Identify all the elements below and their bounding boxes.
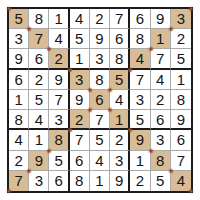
cell-r7c1[interactable]: 4	[9, 130, 29, 150]
cell-r8c4[interactable]: 6	[70, 151, 90, 171]
cell-r4c3[interactable]: 9	[49, 70, 69, 90]
sudoku-board: 5814276933745968129621384756293857411579…	[7, 7, 193, 193]
cell-r8c9[interactable]: 7	[171, 151, 191, 171]
cell-r1c8[interactable]: 9	[151, 9, 171, 29]
cell-r7c3[interactable]: 8	[49, 130, 69, 150]
cell-r5c6[interactable]: 4	[110, 90, 130, 110]
cell-r3c4[interactable]: 1	[70, 49, 90, 69]
cell-r8c6[interactable]: 3	[110, 151, 130, 171]
cell-r8c1[interactable]: 2	[9, 151, 29, 171]
cell-r4c1[interactable]: 6	[9, 70, 29, 90]
cell-r6c7[interactable]: 5	[130, 110, 150, 130]
cell-r3c9[interactable]: 5	[171, 49, 191, 69]
cell-r8c5[interactable]: 4	[90, 151, 110, 171]
cell-r5c1[interactable]: 1	[9, 90, 29, 110]
sudoku-page: 5814276933745968129621384756293857411579…	[0, 0, 200, 200]
cell-r2c9[interactable]: 2	[171, 29, 191, 49]
cell-r4c7[interactable]: 7	[130, 70, 150, 90]
cell-r9c7[interactable]: 2	[130, 171, 150, 191]
cell-r1c3[interactable]: 1	[49, 9, 69, 29]
cell-r1c6[interactable]: 7	[110, 9, 130, 29]
cell-r8c8[interactable]: 8	[151, 151, 171, 171]
cell-r4c9[interactable]: 1	[171, 70, 191, 90]
cell-r2c4[interactable]: 5	[70, 29, 90, 49]
cell-r1c2[interactable]: 8	[29, 9, 49, 29]
cell-r6c8[interactable]: 6	[151, 110, 171, 130]
cell-r4c5[interactable]: 8	[90, 70, 110, 90]
cell-r3c7[interactable]: 4	[130, 49, 150, 69]
cell-r9c4[interactable]: 8	[70, 171, 90, 191]
cell-r6c1[interactable]: 8	[9, 110, 29, 130]
cell-r4c8[interactable]: 4	[151, 70, 171, 90]
cell-r2c6[interactable]: 6	[110, 29, 130, 49]
cell-r7c9[interactable]: 6	[171, 130, 191, 150]
cell-r9c2[interactable]: 3	[29, 171, 49, 191]
cell-r4c2[interactable]: 2	[29, 70, 49, 90]
cell-r3c3[interactable]: 2	[49, 49, 69, 69]
cell-r7c2[interactable]: 1	[29, 130, 49, 150]
cell-r8c7[interactable]: 1	[130, 151, 150, 171]
cell-r9c9[interactable]: 4	[171, 171, 191, 191]
cell-r5c4[interactable]: 9	[70, 90, 90, 110]
cell-r8c3[interactable]: 5	[49, 151, 69, 171]
cell-r6c5[interactable]: 7	[90, 110, 110, 130]
cell-r5c9[interactable]: 8	[171, 90, 191, 110]
cell-r9c5[interactable]: 1	[90, 171, 110, 191]
cell-r7c4[interactable]: 7	[70, 130, 90, 150]
cell-r8c2[interactable]: 9	[29, 151, 49, 171]
cell-r4c6[interactable]: 5	[110, 70, 130, 90]
cell-r1c7[interactable]: 6	[130, 9, 150, 29]
cell-r6c6[interactable]: 1	[110, 110, 130, 130]
cell-r3c2[interactable]: 6	[29, 49, 49, 69]
cell-r5c5[interactable]: 6	[90, 90, 110, 110]
cell-r3c5[interactable]: 3	[90, 49, 110, 69]
cell-r6c2[interactable]: 4	[29, 110, 49, 130]
cell-r2c3[interactable]: 4	[49, 29, 69, 49]
cell-r2c8[interactable]: 1	[151, 29, 171, 49]
cell-r1c1[interactable]: 5	[9, 9, 29, 29]
cell-r2c2[interactable]: 7	[29, 29, 49, 49]
cell-r4c4[interactable]: 3	[70, 70, 90, 90]
cell-r7c7[interactable]: 9	[130, 130, 150, 150]
cell-r2c1[interactable]: 3	[9, 29, 29, 49]
cell-r2c5[interactable]: 9	[90, 29, 110, 49]
cell-r9c6[interactable]: 9	[110, 171, 130, 191]
cell-r3c1[interactable]: 9	[9, 49, 29, 69]
cell-r5c2[interactable]: 5	[29, 90, 49, 110]
cell-r3c6[interactable]: 8	[110, 49, 130, 69]
cell-r5c3[interactable]: 7	[49, 90, 69, 110]
cell-r7c5[interactable]: 5	[90, 130, 110, 150]
cell-r7c8[interactable]: 3	[151, 130, 171, 150]
cell-r9c1[interactable]: 7	[9, 171, 29, 191]
cell-r1c4[interactable]: 4	[70, 9, 90, 29]
cell-r5c7[interactable]: 3	[130, 90, 150, 110]
cell-r6c9[interactable]: 9	[171, 110, 191, 130]
cell-r1c9[interactable]: 3	[171, 9, 191, 29]
cell-r9c8[interactable]: 5	[151, 171, 171, 191]
cell-r9c3[interactable]: 6	[49, 171, 69, 191]
cell-r5c8[interactable]: 2	[151, 90, 171, 110]
cell-r2c7[interactable]: 8	[130, 29, 150, 49]
cell-r1c5[interactable]: 2	[90, 9, 110, 29]
cell-r3c8[interactable]: 7	[151, 49, 171, 69]
cell-r6c3[interactable]: 3	[49, 110, 69, 130]
cell-r6c4[interactable]: 2	[70, 110, 90, 130]
cell-r7c6[interactable]: 2	[110, 130, 130, 150]
